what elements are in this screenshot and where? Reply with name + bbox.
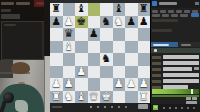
white-knight-b1[interactable]: ♞ bbox=[63, 91, 76, 104]
white-rook-a1[interactable]: ♜ bbox=[50, 91, 63, 104]
white-pawn-h2[interactable]: ♟ bbox=[138, 78, 151, 91]
left-sidebar bbox=[0, 0, 50, 60]
black-queen-b6[interactable]: ♛ bbox=[63, 28, 76, 41]
meter-scale-ticks bbox=[163, 107, 165, 109]
text-stub bbox=[1, 9, 11, 12]
square-b3[interactable] bbox=[63, 66, 76, 79]
text-stub bbox=[52, 106, 62, 108]
square-b1[interactable]: ♞ bbox=[63, 91, 76, 104]
square-c3[interactable]: ♟ bbox=[75, 66, 88, 79]
square-b4[interactable] bbox=[63, 53, 76, 66]
square-d3[interactable] bbox=[88, 66, 101, 79]
right-panel-statusbar bbox=[151, 104, 200, 112]
toolbar-row bbox=[151, 13, 200, 17]
square-e7[interactable]: ♞ bbox=[100, 16, 113, 29]
black-knight-e4[interactable]: ♞ bbox=[100, 53, 113, 66]
menu-item[interactable] bbox=[152, 14, 160, 17]
app-icon bbox=[152, 1, 157, 6]
source-row[interactable] bbox=[151, 48, 200, 53]
field-value-bar[interactable] bbox=[163, 55, 199, 59]
black-pawn-g7[interactable]: ♟ bbox=[125, 16, 138, 29]
text-stub bbox=[1, 2, 14, 5]
square-d4[interactable] bbox=[88, 53, 101, 66]
white-pawn-c3[interactable]: ♟ bbox=[75, 66, 88, 79]
square-c7[interactable]: ♚ bbox=[75, 16, 88, 29]
window-controls-icon[interactable] bbox=[195, 2, 199, 5]
square-c2[interactable] bbox=[75, 78, 88, 91]
square-f5[interactable] bbox=[113, 41, 126, 54]
list-item[interactable] bbox=[179, 42, 200, 47]
square-h4[interactable] bbox=[138, 53, 151, 66]
sidebar-button[interactable] bbox=[1, 14, 20, 19]
text-stub bbox=[152, 29, 172, 32]
board-toolbar bbox=[50, 103, 150, 112]
chess-board[interactable]: ♜♝♝♜♟♟♚♞♞♟♟♛♟♝♞♟♟♟♟♟♟♜♞♝♛♚♜ bbox=[50, 3, 150, 103]
text-stub bbox=[152, 19, 178, 22]
black-pawn-h7[interactable]: ♟ bbox=[138, 16, 151, 29]
white-pawn-a2[interactable]: ♟ bbox=[50, 78, 63, 91]
square-g7[interactable]: ♟ bbox=[125, 16, 138, 29]
square-f1[interactable] bbox=[113, 91, 126, 104]
white-pawn-g2[interactable]: ♟ bbox=[125, 78, 138, 91]
square-d2[interactable] bbox=[88, 78, 101, 91]
square-a8[interactable]: ♜ bbox=[50, 3, 63, 16]
audio-level-meter[interactable] bbox=[152, 89, 199, 94]
square-a4[interactable] bbox=[50, 53, 63, 66]
square-a5[interactable] bbox=[50, 41, 63, 54]
white-bishop-b5[interactable]: ♝ bbox=[63, 41, 76, 54]
white-rook-h1[interactable]: ♜ bbox=[138, 91, 151, 104]
right-panel-titlebar bbox=[151, 0, 200, 8]
white-queen-d1[interactable]: ♛ bbox=[88, 91, 101, 104]
field-value-bar[interactable] bbox=[163, 61, 199, 65]
status-green-icon-inner bbox=[154, 106, 157, 108]
square-h3[interactable] bbox=[138, 66, 151, 79]
square-c5[interactable] bbox=[75, 41, 88, 54]
square-g6[interactable] bbox=[125, 28, 138, 41]
square-h8[interactable]: ♜ bbox=[138, 3, 151, 16]
field-label-stub bbox=[152, 74, 161, 77]
square-g8[interactable] bbox=[125, 3, 138, 16]
chat-panel[interactable] bbox=[1, 21, 45, 60]
square-h5[interactable] bbox=[138, 41, 151, 54]
move-nav-buttons[interactable] bbox=[90, 106, 92, 108]
square-a6[interactable] bbox=[50, 28, 63, 41]
square-b6[interactable]: ♛ bbox=[63, 28, 76, 41]
text-stub bbox=[16, 2, 30, 5]
meter-peak-tick bbox=[191, 89, 193, 94]
square-a2[interactable]: ♟ bbox=[50, 78, 63, 91]
square-f3[interactable] bbox=[113, 66, 126, 79]
square-d7[interactable] bbox=[88, 16, 101, 29]
black-king-c7[interactable]: ♚ bbox=[75, 16, 88, 29]
menu-item[interactable] bbox=[171, 14, 178, 17]
black-bishop-c8[interactable]: ♝ bbox=[75, 3, 88, 16]
square-e4[interactable]: ♞ bbox=[100, 53, 113, 66]
field-label-stub bbox=[152, 68, 161, 71]
square-f2[interactable]: ♟ bbox=[113, 78, 126, 91]
white-pawn-b7[interactable]: ♟ bbox=[63, 16, 76, 29]
list-item-label-stub bbox=[181, 44, 191, 46]
status-green-icon[interactable] bbox=[153, 105, 158, 110]
stream-screen: ♜♝♝♜♟♟♚♞♞♟♟♛♟♝♞♟♟♟♟♟♟♜♞♝♛♚♜ bbox=[0, 0, 200, 112]
square-e1[interactable]: ♚ bbox=[100, 91, 113, 104]
selected-list-item[interactable] bbox=[151, 42, 178, 47]
square-d6[interactable]: ♟ bbox=[88, 28, 101, 41]
square-d5[interactable] bbox=[88, 41, 101, 54]
black-rook-a8[interactable]: ♜ bbox=[50, 3, 63, 16]
square-b8[interactable] bbox=[63, 3, 76, 16]
square-b2[interactable]: ♟ bbox=[63, 78, 76, 91]
black-rook-h8[interactable]: ♜ bbox=[138, 3, 151, 16]
square-g3[interactable] bbox=[125, 66, 138, 79]
square-g2[interactable]: ♟ bbox=[125, 78, 138, 91]
white-pawn-f2[interactable]: ♟ bbox=[113, 78, 126, 91]
microphone-icon bbox=[3, 92, 14, 103]
mixer-button[interactable] bbox=[186, 97, 191, 100]
square-d1[interactable]: ♛ bbox=[88, 91, 101, 104]
square-d8[interactable] bbox=[88, 3, 101, 16]
field-label-stub bbox=[152, 80, 161, 83]
square-a1[interactable]: ♜ bbox=[50, 91, 63, 104]
field-label-stub bbox=[152, 62, 161, 65]
square-h2[interactable]: ♟ bbox=[138, 78, 151, 91]
webcam-frame bbox=[0, 60, 44, 112]
square-e5[interactable] bbox=[100, 41, 113, 54]
menu-item[interactable] bbox=[180, 14, 188, 17]
square-f6[interactable] bbox=[113, 28, 126, 41]
black-pawn-d6[interactable]: ♟ bbox=[88, 28, 101, 41]
square-b7[interactable]: ♟ bbox=[63, 16, 76, 29]
white-king-e1[interactable]: ♚ bbox=[100, 91, 113, 104]
right-panel bbox=[150, 0, 200, 112]
field-value-bar[interactable] bbox=[163, 73, 199, 77]
square-f8[interactable]: ♝ bbox=[113, 3, 126, 16]
square-e6[interactable] bbox=[100, 28, 113, 41]
square-f4[interactable] bbox=[113, 53, 126, 66]
square-g4[interactable] bbox=[125, 53, 138, 66]
mixer-button[interactable] bbox=[192, 97, 197, 100]
square-c4[interactable] bbox=[75, 53, 88, 66]
square-a3[interactable] bbox=[50, 66, 63, 79]
white-bishop-c1[interactable]: ♝ bbox=[75, 91, 88, 104]
square-c8[interactable]: ♝ bbox=[75, 3, 88, 16]
selected-item-label-stub bbox=[153, 44, 169, 46]
board-toolbar-button[interactable] bbox=[138, 104, 148, 109]
square-f7[interactable]: ♞ bbox=[113, 16, 126, 29]
square-c6[interactable] bbox=[75, 28, 88, 41]
field-label-stub bbox=[152, 56, 161, 59]
chat-panel-header-stub bbox=[4, 24, 16, 26]
black-knight-e7[interactable]: ♞ bbox=[100, 16, 113, 29]
square-e8[interactable] bbox=[100, 3, 113, 16]
window-title-stub bbox=[159, 2, 177, 5]
square-c1[interactable]: ♝ bbox=[75, 91, 88, 104]
white-knight-f7[interactable]: ♞ bbox=[113, 16, 126, 29]
field-value-bar[interactable] bbox=[163, 79, 199, 83]
shirt-graphic bbox=[15, 100, 28, 112]
menu-item[interactable] bbox=[162, 14, 169, 17]
square-g1[interactable] bbox=[125, 91, 138, 104]
square-e3[interactable] bbox=[100, 66, 113, 79]
square-a7[interactable]: ♟ bbox=[50, 16, 63, 29]
black-bishop-f8[interactable]: ♝ bbox=[113, 3, 126, 16]
square-h1[interactable]: ♜ bbox=[138, 91, 151, 104]
square-h6[interactable] bbox=[138, 28, 151, 41]
black-pawn-a7[interactable]: ♟ bbox=[50, 16, 63, 29]
visibility-icon[interactable] bbox=[154, 49, 157, 52]
white-pawn-b2[interactable]: ♟ bbox=[63, 78, 76, 91]
square-b5[interactable]: ♝ bbox=[63, 41, 76, 54]
field-side-button[interactable] bbox=[194, 67, 199, 70]
field-value-bar[interactable] bbox=[163, 67, 192, 71]
square-e2[interactable] bbox=[100, 78, 113, 91]
square-h7[interactable]: ♟ bbox=[138, 16, 151, 29]
square-g5[interactable] bbox=[125, 41, 138, 54]
active-tab-chip[interactable] bbox=[191, 13, 199, 17]
